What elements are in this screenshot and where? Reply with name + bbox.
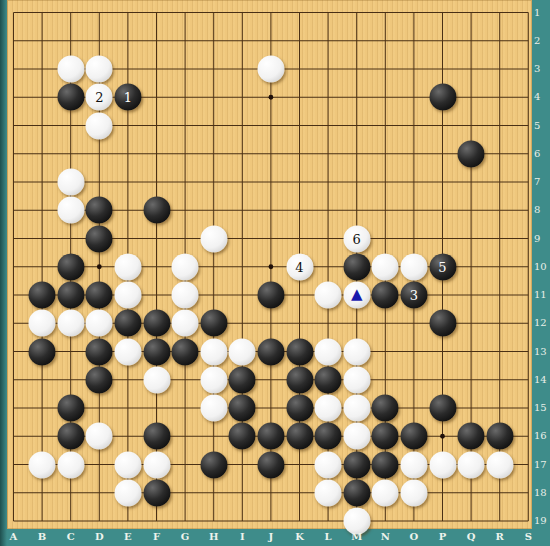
row-label-18: 18	[534, 487, 550, 499]
white-stone-L11[interactable]	[315, 282, 342, 309]
black-stone-I16[interactable]	[229, 423, 256, 450]
black-stone-L16[interactable]	[315, 423, 342, 450]
black-stone-H17[interactable]	[200, 451, 227, 478]
star-point	[440, 434, 445, 439]
column-label-Q: Q	[461, 531, 481, 542]
white-stone-H15[interactable]	[200, 395, 227, 422]
move-number-label: 3	[410, 289, 418, 302]
black-stone-B13[interactable]	[29, 338, 56, 365]
column-label-J: J	[261, 531, 281, 542]
row-label-12: 12	[534, 317, 550, 329]
black-stone-P4[interactable]	[429, 84, 456, 111]
column-label-O: O	[404, 531, 424, 542]
white-stone-M14[interactable]	[343, 366, 370, 393]
white-stone-F17[interactable]	[143, 451, 170, 478]
black-stone-D13[interactable]	[86, 338, 113, 365]
white-stone-O10[interactable]	[400, 253, 427, 280]
column-label-F: F	[147, 531, 167, 542]
white-stone-C8[interactable]	[57, 197, 84, 224]
black-stone-M17[interactable]	[343, 451, 370, 478]
row-label-16: 16	[534, 430, 550, 442]
white-stone-H9[interactable]	[200, 225, 227, 252]
white-stone-D3[interactable]	[86, 56, 113, 83]
move-number-label: 4	[295, 260, 303, 273]
black-stone-N17[interactable]	[372, 451, 399, 478]
move-number-label: 1	[124, 91, 132, 104]
column-label-H: H	[204, 531, 224, 542]
white-stone-D16[interactable]	[86, 423, 113, 450]
black-stone-C10[interactable]	[57, 253, 84, 280]
white-stone-C3[interactable]	[57, 56, 84, 83]
white-stone-K10[interactable]: 4	[286, 253, 313, 280]
column-label-I: I	[232, 531, 252, 542]
white-stone-N10[interactable]	[372, 253, 399, 280]
white-stone-E10[interactable]	[114, 253, 141, 280]
column-label-L: L	[318, 531, 338, 542]
row-label-15: 15	[534, 402, 550, 414]
white-stone-G12[interactable]	[172, 310, 199, 337]
white-stone-E18[interactable]	[114, 479, 141, 506]
column-label-R: R	[490, 531, 510, 542]
white-stone-R17[interactable]	[486, 451, 513, 478]
black-stone-J17[interactable]	[257, 451, 284, 478]
row-label-5: 5	[534, 120, 550, 132]
white-stone-O18[interactable]	[400, 479, 427, 506]
star-point	[97, 264, 102, 269]
row-label-8: 8	[534, 204, 550, 216]
black-stone-L14[interactable]	[315, 366, 342, 393]
row-label-19: 19	[534, 515, 550, 527]
white-stone-P17[interactable]	[429, 451, 456, 478]
star-point	[269, 95, 274, 100]
column-label-S: S	[518, 531, 538, 542]
column-label-D: D	[89, 531, 109, 542]
black-stone-K16[interactable]	[286, 423, 313, 450]
black-stone-M18[interactable]	[343, 479, 370, 506]
black-stone-K13[interactable]	[286, 338, 313, 365]
white-stone-C17[interactable]	[57, 451, 84, 478]
black-stone-F13[interactable]	[143, 338, 170, 365]
white-stone-B12[interactable]	[29, 310, 56, 337]
black-stone-F8[interactable]	[143, 197, 170, 224]
black-stone-M10[interactable]	[343, 253, 370, 280]
black-stone-E4[interactable]: 1	[114, 84, 141, 111]
white-stone-G11[interactable]	[172, 282, 199, 309]
white-stone-M9[interactable]: 6	[343, 225, 370, 252]
black-stone-Q16[interactable]	[458, 423, 485, 450]
white-stone-M11[interactable]: ▲	[343, 282, 370, 309]
black-stone-P12[interactable]	[429, 310, 456, 337]
black-stone-C15[interactable]	[57, 395, 84, 422]
black-stone-B11[interactable]	[29, 282, 56, 309]
black-stone-F18[interactable]	[143, 479, 170, 506]
black-stone-D9[interactable]	[86, 225, 113, 252]
black-stone-G13[interactable]	[172, 338, 199, 365]
black-stone-F16[interactable]	[143, 423, 170, 450]
black-stone-N16[interactable]	[372, 423, 399, 450]
row-label-6: 6	[534, 148, 550, 160]
black-stone-D14[interactable]	[86, 366, 113, 393]
black-stone-J16[interactable]	[257, 423, 284, 450]
black-stone-D11[interactable]	[86, 282, 113, 309]
white-stone-M16[interactable]	[343, 423, 370, 450]
black-stone-N11[interactable]	[372, 282, 399, 309]
white-stone-H14[interactable]	[200, 366, 227, 393]
black-stone-R16[interactable]	[486, 423, 513, 450]
triangle-marker: ▲	[351, 287, 363, 302]
star-point	[269, 264, 274, 269]
white-stone-D4[interactable]: 2	[86, 84, 113, 111]
white-stone-E13[interactable]	[114, 338, 141, 365]
column-label-P: P	[433, 531, 453, 542]
white-stone-M13[interactable]	[343, 338, 370, 365]
white-stone-F14[interactable]	[143, 366, 170, 393]
black-stone-C16[interactable]	[57, 423, 84, 450]
black-stone-C4[interactable]	[57, 84, 84, 111]
column-label-M: M	[347, 531, 367, 542]
black-stone-P15[interactable]	[429, 395, 456, 422]
row-label-2: 2	[534, 35, 550, 47]
column-label-K: K	[290, 531, 310, 542]
white-stone-I13[interactable]	[229, 338, 256, 365]
column-label-G: G	[175, 531, 195, 542]
move-number-label: 2	[95, 91, 103, 104]
white-stone-C7[interactable]	[57, 169, 84, 196]
black-stone-I14[interactable]	[229, 366, 256, 393]
row-label-10: 10	[534, 261, 550, 273]
white-stone-L18[interactable]	[315, 479, 342, 506]
black-stone-K14[interactable]	[286, 366, 313, 393]
row-label-11: 11	[534, 289, 550, 301]
black-stone-P10[interactable]: 5	[429, 253, 456, 280]
move-number-label: 6	[353, 232, 361, 245]
black-stone-K15[interactable]	[286, 395, 313, 422]
white-stone-O17[interactable]	[400, 451, 427, 478]
row-label-4: 4	[534, 91, 550, 103]
white-stone-J3[interactable]	[257, 56, 284, 83]
black-stone-H12[interactable]	[200, 310, 227, 337]
go-board[interactable]: 21645▲3	[7, 0, 532, 529]
row-label-14: 14	[534, 374, 550, 386]
move-number-label: 5	[438, 260, 446, 273]
black-stone-D8[interactable]	[86, 197, 113, 224]
column-label-C: C	[61, 531, 81, 542]
row-label-3: 3	[534, 63, 550, 75]
white-stone-D5[interactable]	[86, 112, 113, 139]
row-label-1: 1	[534, 7, 550, 19]
column-label-B: B	[32, 531, 52, 542]
white-stone-L15[interactable]	[315, 395, 342, 422]
white-stone-B17[interactable]	[29, 451, 56, 478]
column-label-A: A	[4, 531, 24, 542]
white-stone-C12[interactable]	[57, 310, 84, 337]
black-stone-C11[interactable]	[57, 282, 84, 309]
black-stone-I15[interactable]	[229, 395, 256, 422]
black-stone-J11[interactable]	[257, 282, 284, 309]
white-stone-G10[interactable]	[172, 253, 199, 280]
black-stone-O16[interactable]	[400, 423, 427, 450]
white-stone-M15[interactable]	[343, 395, 370, 422]
white-stone-Q17[interactable]	[458, 451, 485, 478]
black-stone-O11[interactable]: 3	[400, 282, 427, 309]
black-stone-Q6[interactable]	[458, 140, 485, 167]
row-label-7: 7	[534, 176, 550, 188]
row-label-13: 13	[534, 346, 550, 358]
black-stone-F12[interactable]	[143, 310, 170, 337]
black-stone-E12[interactable]	[114, 310, 141, 337]
white-stone-D12[interactable]	[86, 310, 113, 337]
white-stone-E11[interactable]	[114, 282, 141, 309]
white-stone-N18[interactable]	[372, 479, 399, 506]
column-label-N: N	[375, 531, 395, 542]
white-stone-L13[interactable]	[315, 338, 342, 365]
column-label-E: E	[118, 531, 138, 542]
white-stone-L17[interactable]	[315, 451, 342, 478]
white-stone-H13[interactable]	[200, 338, 227, 365]
white-stone-E17[interactable]	[114, 451, 141, 478]
row-label-9: 9	[534, 233, 550, 245]
black-stone-J13[interactable]	[257, 338, 284, 365]
black-stone-N15[interactable]	[372, 395, 399, 422]
row-label-17: 17	[534, 459, 550, 471]
